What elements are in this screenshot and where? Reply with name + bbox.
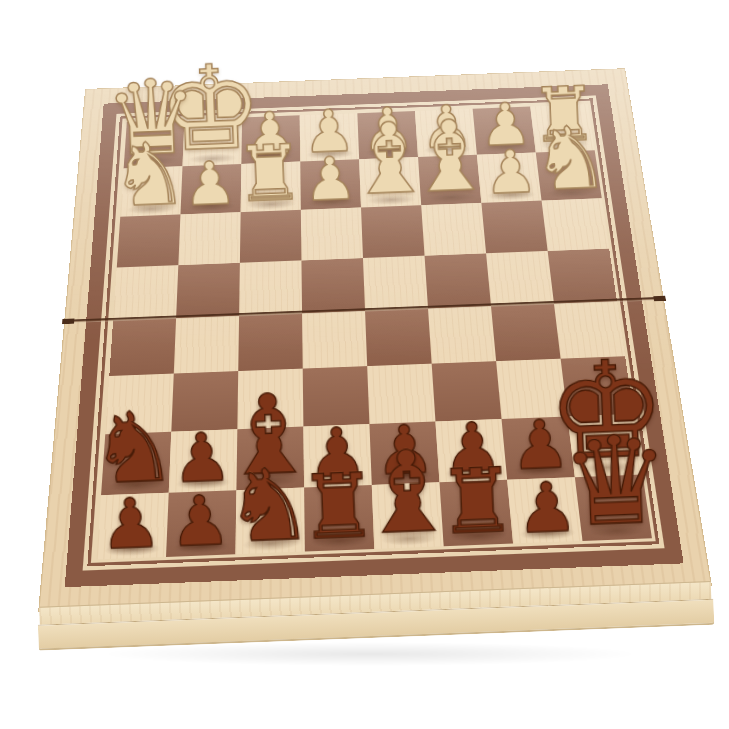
piece-white-knight-a7: ♞ <box>109 132 189 217</box>
piece-black-knight-c1: ♞ <box>222 456 314 554</box>
piece-black-queen-h1: ♛ <box>558 421 671 540</box>
board-border-band: ♛♚♟♟♟♟♟♜♞♟♜♟♝♝♟♞♞♟♝♟♟♟♟♚♟♟♞♜♝♜♟♛ <box>65 84 684 587</box>
piece-white-rook-c7: ♜ <box>234 136 305 211</box>
chess-set-product-photo: ♛♚♟♟♟♟♟♜♞♟♜♟♝♝♟♞♞♟♝♟♟♟♟♚♟♟♞♜♝♜♟♛ <box>0 0 729 729</box>
piece-black-pawn-b1: ♟ <box>168 488 232 555</box>
piece-black-rook-f1: ♜ <box>436 459 518 546</box>
piece-white-bishop-f7: ♝ <box>404 109 495 205</box>
piece-white-pawn-b7: ♟ <box>182 155 237 213</box>
piece-black-pawn-a1: ♟ <box>98 491 162 558</box>
square-f7: ♝ <box>418 155 481 205</box>
board-frame: ♛♚♟♟♟♟♟♜♞♟♜♟♝♝♟♞♞♟♝♟♟♟♟♚♟♟♞♜♝♜♟♛ <box>38 68 712 612</box>
square-a1: ♟ <box>97 493 169 560</box>
square-h7: ♞ <box>536 150 602 200</box>
square-c1: ♞ <box>235 488 304 555</box>
square-f1: ♜ <box>439 480 513 547</box>
ground-shadow <box>100 642 640 666</box>
square-a7: ♞ <box>120 166 182 217</box>
board-tilt-wrapper: ♛♚♟♟♟♟♟♜♞♟♜♟♝♝♟♞♞♟♝♟♟♟♟♚♟♟♞♜♝♜♟♛ <box>53 0 676 621</box>
board-3d: ♛♚♟♟♟♟♟♜♞♟♜♟♝♝♟♞♞♟♝♟♟♟♟♚♟♟♞♜♝♜♟♛ <box>38 68 712 612</box>
piece-white-pawn-g7: ♟ <box>483 144 538 202</box>
square-b7: ♟ <box>180 164 241 215</box>
square-c7: ♜ <box>241 162 301 213</box>
piece-white-knight-h7: ♞ <box>530 116 610 201</box>
piece-black-knight-a2: ♞ <box>88 400 178 495</box>
square-h1: ♛ <box>575 475 652 541</box>
square-e1: ♝ <box>372 482 444 549</box>
